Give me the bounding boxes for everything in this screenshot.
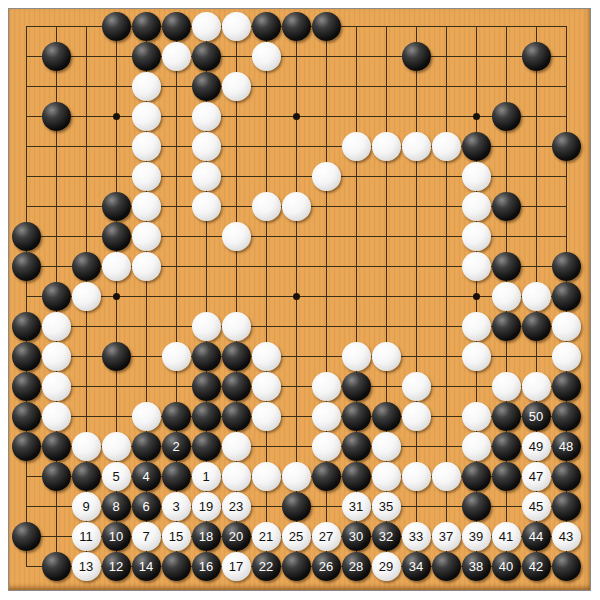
stone-black[interactable]: 34 bbox=[402, 552, 431, 581]
stone-white[interactable] bbox=[282, 462, 311, 491]
move-number: 22 bbox=[259, 560, 273, 573]
stone-black[interactable] bbox=[72, 252, 101, 281]
move-number: 18 bbox=[199, 530, 213, 543]
stone-white[interactable] bbox=[222, 72, 251, 101]
stone-white[interactable] bbox=[222, 462, 251, 491]
move-number: 33 bbox=[409, 530, 423, 543]
stone-white[interactable] bbox=[402, 372, 431, 401]
move-number: 29 bbox=[379, 560, 393, 573]
stone-white[interactable] bbox=[132, 402, 161, 431]
stone-black[interactable]: 12 bbox=[102, 552, 131, 581]
move-number: 45 bbox=[529, 500, 543, 513]
stone-white[interactable] bbox=[522, 282, 551, 311]
move-number: 14 bbox=[139, 560, 153, 573]
stone-white[interactable]: 19 bbox=[192, 492, 221, 521]
stone-white[interactable] bbox=[312, 162, 341, 191]
stone-white[interactable] bbox=[222, 222, 251, 251]
stone-black[interactable] bbox=[552, 492, 581, 521]
stone-white[interactable] bbox=[372, 132, 401, 161]
stone-black[interactable] bbox=[12, 372, 41, 401]
stone-white[interactable] bbox=[222, 432, 251, 461]
stone-black[interactable] bbox=[552, 552, 581, 581]
stone-white[interactable] bbox=[342, 342, 371, 371]
stone-black[interactable] bbox=[282, 12, 311, 41]
stone-black[interactable] bbox=[222, 372, 251, 401]
stone-black[interactable] bbox=[42, 552, 71, 581]
stone-black[interactable] bbox=[492, 102, 521, 131]
stone-white[interactable] bbox=[462, 162, 491, 191]
stone-black[interactable] bbox=[552, 372, 581, 401]
move-number: 7 bbox=[142, 530, 149, 543]
move-number: 48 bbox=[559, 440, 573, 453]
stone-black[interactable] bbox=[432, 552, 461, 581]
move-number: 43 bbox=[559, 530, 573, 543]
stone-white[interactable] bbox=[432, 132, 461, 161]
move-number: 44 bbox=[529, 530, 543, 543]
stone-white[interactable] bbox=[132, 102, 161, 131]
stone-black[interactable] bbox=[342, 372, 371, 401]
stone-black[interactable] bbox=[42, 282, 71, 311]
stone-white[interactable] bbox=[552, 312, 581, 341]
stone-white[interactable] bbox=[492, 372, 521, 401]
stone-black[interactable] bbox=[162, 402, 191, 431]
move-number: 9 bbox=[82, 500, 89, 513]
stone-black[interactable] bbox=[12, 222, 41, 251]
stone-black[interactable]: 44 bbox=[522, 522, 551, 551]
stone-black[interactable] bbox=[492, 312, 521, 341]
move-number: 3 bbox=[172, 500, 179, 513]
stone-white[interactable] bbox=[252, 42, 281, 71]
move-number: 20 bbox=[229, 530, 243, 543]
stone-black[interactable]: 48 bbox=[552, 432, 581, 461]
stone-white[interactable]: 25 bbox=[282, 522, 311, 551]
stone-white[interactable]: 39 bbox=[462, 522, 491, 551]
stone-black[interactable] bbox=[462, 492, 491, 521]
page-background: 5024948541479863192331354511107151820212… bbox=[0, 0, 600, 600]
stone-black[interactable] bbox=[192, 342, 221, 371]
stone-black[interactable]: 38 bbox=[462, 552, 491, 581]
stone-white[interactable]: 47 bbox=[522, 462, 551, 491]
stone-white[interactable] bbox=[132, 192, 161, 221]
move-number: 47 bbox=[529, 470, 543, 483]
stone-white[interactable]: 9 bbox=[72, 492, 101, 521]
stone-white[interactable] bbox=[252, 402, 281, 431]
stone-black[interactable] bbox=[192, 402, 221, 431]
go-board[interactable]: 5024948541479863192331354511107151820212… bbox=[8, 8, 591, 591]
star-point bbox=[113, 113, 120, 120]
stone-white[interactable] bbox=[252, 462, 281, 491]
stone-black[interactable] bbox=[192, 372, 221, 401]
stone-black[interactable] bbox=[492, 462, 521, 491]
star-point bbox=[293, 113, 300, 120]
stone-black[interactable] bbox=[492, 402, 521, 431]
move-number: 40 bbox=[499, 560, 513, 573]
stone-white[interactable] bbox=[162, 342, 191, 371]
stone-black[interactable] bbox=[492, 252, 521, 281]
stone-black[interactable]: 42 bbox=[522, 552, 551, 581]
stone-black[interactable]: 8 bbox=[102, 492, 131, 521]
move-number: 13 bbox=[79, 560, 93, 573]
stone-black[interactable] bbox=[132, 12, 161, 41]
stone-black[interactable] bbox=[462, 132, 491, 161]
stone-white[interactable] bbox=[42, 372, 71, 401]
stone-black[interactable]: 10 bbox=[102, 522, 131, 551]
stone-white[interactable]: 29 bbox=[372, 552, 401, 581]
stone-black[interactable] bbox=[12, 402, 41, 431]
stone-white[interactable] bbox=[402, 462, 431, 491]
stone-black[interactable]: 40 bbox=[492, 552, 521, 581]
stone-white[interactable] bbox=[462, 252, 491, 281]
stone-white[interactable] bbox=[132, 222, 161, 251]
stone-black[interactable]: 50 bbox=[522, 402, 551, 431]
stone-white[interactable] bbox=[252, 372, 281, 401]
stone-black[interactable] bbox=[552, 402, 581, 431]
move-number: 23 bbox=[229, 500, 243, 513]
move-number: 6 bbox=[142, 500, 149, 513]
move-number: 25 bbox=[289, 530, 303, 543]
stone-white[interactable]: 49 bbox=[522, 432, 551, 461]
stone-white[interactable] bbox=[192, 192, 221, 221]
stone-white[interactable]: 27 bbox=[312, 522, 341, 551]
move-number: 38 bbox=[469, 560, 483, 573]
move-number: 41 bbox=[499, 530, 513, 543]
stone-white[interactable] bbox=[372, 432, 401, 461]
stone-white[interactable] bbox=[462, 402, 491, 431]
stone-white[interactable] bbox=[372, 342, 401, 371]
stone-black[interactable] bbox=[162, 552, 191, 581]
stone-white[interactable] bbox=[462, 222, 491, 251]
stone-black[interactable] bbox=[552, 252, 581, 281]
stone-black[interactable] bbox=[552, 282, 581, 311]
move-number: 16 bbox=[199, 560, 213, 573]
stone-black[interactable] bbox=[552, 462, 581, 491]
stone-black[interactable]: 4 bbox=[132, 462, 161, 491]
move-number: 42 bbox=[529, 560, 543, 573]
stone-black[interactable] bbox=[12, 312, 41, 341]
stone-white[interactable] bbox=[282, 192, 311, 221]
stone-white[interactable] bbox=[192, 12, 221, 41]
stone-white[interactable]: 31 bbox=[342, 492, 371, 521]
stone-white[interactable] bbox=[462, 312, 491, 341]
stone-black[interactable]: 2 bbox=[162, 432, 191, 461]
stone-white[interactable] bbox=[492, 282, 521, 311]
stone-black[interactable] bbox=[42, 42, 71, 71]
move-number: 49 bbox=[529, 440, 543, 453]
stone-white[interactable] bbox=[132, 162, 161, 191]
stone-white[interactable] bbox=[132, 252, 161, 281]
stone-white[interactable] bbox=[252, 342, 281, 371]
stone-black[interactable]: 20 bbox=[222, 522, 251, 551]
stone-white[interactable] bbox=[222, 12, 251, 41]
stone-black[interactable] bbox=[72, 462, 101, 491]
move-number: 27 bbox=[319, 530, 333, 543]
stone-black[interactable]: 22 bbox=[252, 552, 281, 581]
star-point bbox=[473, 293, 480, 300]
stone-white[interactable]: 3 bbox=[162, 492, 191, 521]
stone-black[interactable]: 32 bbox=[372, 522, 401, 551]
stone-white[interactable] bbox=[462, 432, 491, 461]
stone-black[interactable] bbox=[402, 42, 431, 71]
stone-black[interactable] bbox=[162, 12, 191, 41]
move-number: 28 bbox=[349, 560, 363, 573]
stone-black[interactable]: 30 bbox=[342, 522, 371, 551]
stone-white[interactable]: 7 bbox=[132, 522, 161, 551]
stone-black[interactable] bbox=[132, 42, 161, 71]
stone-white[interactable] bbox=[342, 132, 371, 161]
stone-white[interactable] bbox=[192, 102, 221, 131]
stone-white[interactable] bbox=[312, 372, 341, 401]
stone-black[interactable] bbox=[342, 402, 371, 431]
stone-black[interactable] bbox=[462, 462, 491, 491]
stone-white[interactable] bbox=[102, 432, 131, 461]
stone-white[interactable]: 45 bbox=[522, 492, 551, 521]
stone-white[interactable] bbox=[462, 342, 491, 371]
stone-black[interactable] bbox=[192, 72, 221, 101]
move-number: 21 bbox=[259, 530, 273, 543]
stone-black[interactable] bbox=[192, 432, 221, 461]
stone-black[interactable] bbox=[12, 432, 41, 461]
stone-black[interactable] bbox=[42, 432, 71, 461]
stone-black[interactable] bbox=[42, 102, 71, 131]
stone-black[interactable] bbox=[12, 342, 41, 371]
stone-white[interactable] bbox=[42, 312, 71, 341]
stone-black[interactable]: 14 bbox=[132, 552, 161, 581]
stone-black[interactable] bbox=[12, 252, 41, 281]
stone-black[interactable] bbox=[342, 432, 371, 461]
move-number: 37 bbox=[439, 530, 453, 543]
move-number: 32 bbox=[379, 530, 393, 543]
stone-black[interactable]: 28 bbox=[342, 552, 371, 581]
stone-black[interactable] bbox=[162, 462, 191, 491]
stone-white[interactable] bbox=[132, 72, 161, 101]
stone-white[interactable] bbox=[162, 42, 191, 71]
stone-white[interactable] bbox=[222, 312, 251, 341]
move-number: 50 bbox=[529, 410, 543, 423]
stone-white[interactable] bbox=[312, 402, 341, 431]
move-number: 4 bbox=[142, 470, 149, 483]
stone-black[interactable] bbox=[342, 462, 371, 491]
stone-black[interactable] bbox=[42, 462, 71, 491]
move-number: 2 bbox=[172, 440, 179, 453]
stone-white[interactable]: 5 bbox=[102, 462, 131, 491]
star-point bbox=[113, 293, 120, 300]
move-number: 17 bbox=[229, 560, 243, 573]
stone-white[interactable] bbox=[132, 132, 161, 161]
stone-black[interactable] bbox=[492, 432, 521, 461]
stone-white[interactable] bbox=[192, 312, 221, 341]
move-number: 26 bbox=[319, 560, 333, 573]
move-number: 8 bbox=[112, 500, 119, 513]
stone-black[interactable] bbox=[222, 402, 251, 431]
stone-white[interactable]: 1 bbox=[192, 462, 221, 491]
stone-white[interactable] bbox=[522, 372, 551, 401]
stone-white[interactable] bbox=[192, 162, 221, 191]
stone-white[interactable]: 17 bbox=[222, 552, 251, 581]
stone-black[interactable] bbox=[312, 12, 341, 41]
stone-white[interactable]: 23 bbox=[222, 492, 251, 521]
stone-black[interactable]: 6 bbox=[132, 492, 161, 521]
star-point bbox=[473, 113, 480, 120]
grid-line bbox=[26, 386, 567, 387]
stone-white[interactable] bbox=[192, 132, 221, 161]
stone-white[interactable] bbox=[72, 282, 101, 311]
stone-white[interactable] bbox=[42, 402, 71, 431]
stone-white[interactable] bbox=[42, 342, 71, 371]
move-number: 5 bbox=[112, 470, 119, 483]
stone-black[interactable]: 26 bbox=[312, 552, 341, 581]
move-number: 11 bbox=[79, 530, 93, 543]
move-number: 12 bbox=[109, 560, 123, 573]
move-number: 15 bbox=[169, 530, 183, 543]
stone-black[interactable] bbox=[252, 12, 281, 41]
stone-white[interactable] bbox=[252, 192, 281, 221]
stone-white[interactable]: 43 bbox=[552, 522, 581, 551]
stone-black[interactable] bbox=[102, 342, 131, 371]
stone-white[interactable]: 41 bbox=[492, 522, 521, 551]
stone-black[interactable] bbox=[372, 402, 401, 431]
stone-white[interactable]: 21 bbox=[252, 522, 281, 551]
stone-white[interactable]: 33 bbox=[402, 522, 431, 551]
stone-white[interactable] bbox=[312, 432, 341, 461]
stone-white[interactable] bbox=[552, 342, 581, 371]
stone-black[interactable]: 16 bbox=[192, 552, 221, 581]
stone-black[interactable] bbox=[552, 132, 581, 161]
move-number: 10 bbox=[109, 530, 123, 543]
stone-white[interactable] bbox=[102, 252, 131, 281]
move-number: 34 bbox=[409, 560, 423, 573]
stone-black[interactable] bbox=[102, 192, 131, 221]
stone-white[interactable] bbox=[462, 192, 491, 221]
move-number: 1 bbox=[202, 470, 209, 483]
stone-white[interactable]: 15 bbox=[162, 522, 191, 551]
stone-black[interactable] bbox=[492, 192, 521, 221]
stone-black[interactable] bbox=[132, 432, 161, 461]
stone-black[interactable] bbox=[12, 522, 41, 551]
stone-black[interactable] bbox=[522, 312, 551, 341]
stone-white[interactable] bbox=[402, 402, 431, 431]
move-number: 39 bbox=[469, 530, 483, 543]
stone-black[interactable] bbox=[102, 222, 131, 251]
stone-black[interactable] bbox=[102, 12, 131, 41]
stone-white[interactable]: 11 bbox=[72, 522, 101, 551]
stone-white[interactable] bbox=[402, 132, 431, 161]
stone-black[interactable] bbox=[222, 342, 251, 371]
stone-white[interactable]: 37 bbox=[432, 522, 461, 551]
move-number: 30 bbox=[349, 530, 363, 543]
stone-white[interactable]: 13 bbox=[72, 552, 101, 581]
stone-black[interactable] bbox=[192, 42, 221, 71]
stone-white[interactable] bbox=[432, 462, 461, 491]
stone-black[interactable] bbox=[282, 552, 311, 581]
move-number: 35 bbox=[379, 500, 393, 513]
move-number: 31 bbox=[349, 500, 363, 513]
stone-white[interactable] bbox=[72, 432, 101, 461]
stone-black[interactable] bbox=[282, 492, 311, 521]
move-number: 19 bbox=[199, 500, 213, 513]
stone-black[interactable]: 18 bbox=[192, 522, 221, 551]
star-point bbox=[293, 293, 300, 300]
stone-black[interactable] bbox=[522, 42, 551, 71]
stone-white[interactable] bbox=[372, 462, 401, 491]
stone-white[interactable]: 35 bbox=[372, 492, 401, 521]
stone-black[interactable] bbox=[312, 462, 341, 491]
